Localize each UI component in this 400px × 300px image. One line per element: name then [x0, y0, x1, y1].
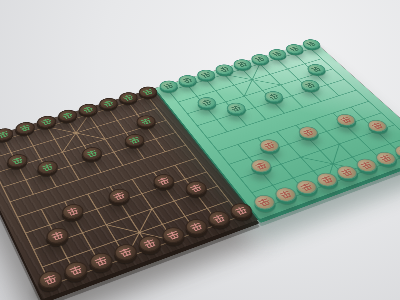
piece-red-advisor[interactable]: [111, 241, 141, 263]
piece-character: [201, 72, 212, 78]
piece-character: [340, 168, 353, 176]
piece-green-cannon[interactable]: [304, 62, 328, 75]
piece-character: [360, 161, 373, 169]
piece-character: [142, 89, 153, 96]
piece-red-cannon[interactable]: [247, 157, 275, 175]
piece-character: [300, 183, 313, 192]
piece-character: [182, 77, 193, 84]
piece-character: [51, 231, 64, 241]
piece-green-soldier[interactable]: [224, 101, 249, 116]
piece-character: [113, 191, 126, 200]
piece-green-horse[interactable]: [116, 90, 140, 105]
piece-character: [103, 100, 114, 107]
scene: [0, 0, 400, 300]
piece-green-chariot[interactable]: [157, 79, 181, 93]
piece-character: [123, 94, 134, 101]
piece-character: [157, 177, 170, 186]
piece-character: [379, 154, 392, 162]
piece-character: [12, 157, 24, 165]
piece-red-soldier[interactable]: [150, 172, 177, 190]
piece-green-soldier[interactable]: [79, 145, 105, 162]
piece-green-horse[interactable]: [176, 73, 200, 87]
piece-character: [237, 61, 248, 67]
piece-green-general[interactable]: [56, 108, 80, 123]
piece-red-soldier[interactable]: [295, 124, 322, 140]
piece-character: [94, 256, 108, 267]
piece-character: [302, 129, 315, 137]
piece-character: [279, 190, 293, 199]
piece-character: [320, 175, 333, 184]
piece-character: [66, 207, 79, 216]
piece-red-soldier[interactable]: [105, 186, 132, 205]
piece-character: [83, 106, 94, 113]
piece-red-elephant[interactable]: [86, 250, 116, 273]
piece-character: [166, 230, 180, 240]
piece-character: [219, 66, 230, 72]
piece-red-cannon[interactable]: [364, 118, 391, 134]
piece-character: [140, 118, 152, 125]
piece-character: [254, 56, 265, 62]
piece-green-cannon[interactable]: [194, 95, 219, 110]
piece-character: [69, 265, 83, 276]
piece-red-general[interactable]: [135, 233, 164, 255]
piece-character: [62, 112, 73, 119]
piece-green-cannon[interactable]: [5, 152, 30, 169]
piece-green-soldier[interactable]: [298, 78, 323, 92]
piece-character: [234, 206, 248, 215]
piece-red-cannon[interactable]: [43, 225, 71, 246]
piece-character: [289, 46, 300, 52]
piece-red-horse[interactable]: [61, 259, 91, 282]
piece-character: [0, 131, 9, 139]
piece-red-chariot[interactable]: [35, 268, 65, 292]
piece-character: [340, 116, 352, 123]
piece-character: [255, 162, 268, 170]
piece-green-elephant[interactable]: [96, 96, 120, 111]
piece-character: [258, 198, 272, 207]
piece-red-soldier[interactable]: [256, 137, 283, 154]
piece-green-soldier[interactable]: [122, 132, 148, 149]
piece-red-horse[interactable]: [204, 209, 233, 229]
piece-character: [190, 222, 204, 232]
piece-character: [86, 149, 98, 157]
piece-red-advisor[interactable]: [159, 225, 188, 246]
piece-red-elephant[interactable]: [182, 216, 211, 237]
piece-red-soldier[interactable]: [333, 112, 359, 128]
piece-character: [212, 214, 226, 224]
piece-character: [41, 118, 52, 125]
piece-character: [43, 274, 57, 285]
piece-green-soldier[interactable]: [261, 89, 286, 104]
piece-character: [20, 124, 31, 132]
piece-character: [201, 99, 213, 106]
piece-character: [42, 163, 54, 171]
piece-red-soldier[interactable]: [59, 202, 87, 222]
piece-character: [119, 247, 133, 257]
piece-character: [311, 66, 322, 72]
piece-character: [263, 142, 276, 150]
piece-character: [268, 93, 280, 100]
piece-character: [306, 41, 317, 47]
piece-character: [163, 83, 174, 90]
xiangqi-double-board: [0, 41, 400, 299]
piece-character: [129, 136, 141, 144]
piece-character: [143, 238, 157, 248]
piece-green-horse[interactable]: [0, 126, 16, 142]
piece-character: [272, 51, 283, 57]
piece-green-advisor[interactable]: [76, 102, 100, 117]
piece-character: [190, 184, 203, 193]
piece-character: [371, 122, 384, 129]
piece-green-soldier[interactable]: [35, 159, 61, 177]
piece-character: [230, 105, 242, 112]
piece-red-cannon[interactable]: [182, 179, 210, 198]
piece-green-advisor[interactable]: [34, 114, 58, 130]
piece-green-elephant[interactable]: [13, 120, 37, 136]
piece-green-cannon[interactable]: [134, 113, 159, 129]
piece-character: [304, 82, 316, 89]
